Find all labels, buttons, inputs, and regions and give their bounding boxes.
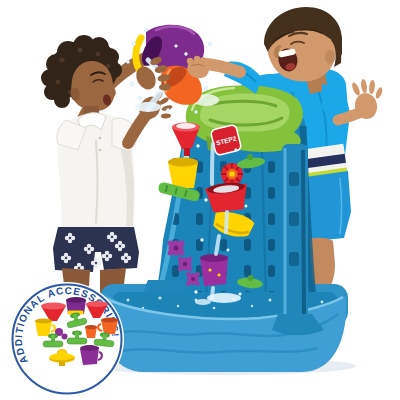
- badge-purple-bucket: [66, 297, 86, 315]
- left-child-ear: [71, 88, 80, 101]
- scene: STEP2: [0, 0, 400, 400]
- product-photo: STEP2: [0, 0, 400, 400]
- right-child-raised-hand: [346, 79, 383, 121]
- polo-button: [99, 149, 102, 152]
- bottom-splash-2: [195, 299, 211, 305]
- yellow-cup-on-wall: [168, 158, 198, 189]
- badge-orange-mini-cup: [85, 325, 97, 338]
- bucket-yellow-rim: [136, 38, 141, 69]
- right-child-ear: [325, 50, 335, 64]
- accessories-badge: ADDITIONAL ACCESSORIES!: [10, 282, 124, 396]
- polo-button: [99, 137, 102, 140]
- purple-cup-on-wall: [200, 254, 228, 286]
- palm-splash: [135, 102, 161, 112]
- bottom-splash: [207, 293, 241, 303]
